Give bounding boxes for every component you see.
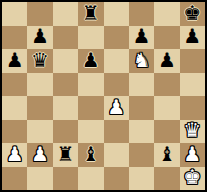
black-king-h8[interactable]: ♚ bbox=[183, 3, 201, 23]
white-pawn-e4[interactable]: ♟ bbox=[107, 97, 125, 117]
square-a4[interactable] bbox=[2, 96, 27, 120]
square-c2[interactable]: ♜ bbox=[53, 143, 78, 167]
square-a1[interactable] bbox=[2, 167, 27, 191]
square-d8[interactable]: ♜ bbox=[78, 2, 103, 26]
square-e8[interactable] bbox=[104, 2, 129, 26]
square-b2[interactable]: ♟ bbox=[27, 143, 52, 167]
chess-board-frame: ♜♚♟♟♟♟♛♟♞♟♟♛♟♟♜♝♝♟♚ bbox=[0, 0, 207, 192]
square-d5[interactable] bbox=[78, 73, 103, 97]
black-bishop-g2[interactable]: ♝ bbox=[158, 144, 176, 164]
square-a6[interactable]: ♟ bbox=[2, 49, 27, 73]
square-a8[interactable] bbox=[2, 2, 27, 26]
square-c3[interactable] bbox=[53, 120, 78, 144]
square-g1[interactable] bbox=[154, 167, 179, 191]
square-g2[interactable]: ♝ bbox=[154, 143, 179, 167]
white-knight-f6[interactable]: ♞ bbox=[133, 50, 151, 70]
black-pawn-g6[interactable]: ♟ bbox=[158, 50, 176, 70]
square-e5[interactable] bbox=[104, 73, 129, 97]
square-e2[interactable] bbox=[104, 143, 129, 167]
square-h6[interactable] bbox=[180, 49, 205, 73]
square-b1[interactable] bbox=[27, 167, 52, 191]
square-d2[interactable]: ♝ bbox=[78, 143, 103, 167]
black-pawn-d6[interactable]: ♟ bbox=[82, 50, 100, 70]
square-b6[interactable]: ♛ bbox=[27, 49, 52, 73]
square-h7[interactable]: ♟ bbox=[180, 26, 205, 50]
black-pawn-a6[interactable]: ♟ bbox=[6, 50, 24, 70]
square-f3[interactable] bbox=[129, 120, 154, 144]
square-d7[interactable] bbox=[78, 26, 103, 50]
square-c4[interactable] bbox=[53, 96, 78, 120]
square-c7[interactable] bbox=[53, 26, 78, 50]
square-f2[interactable] bbox=[129, 143, 154, 167]
square-a7[interactable] bbox=[2, 26, 27, 50]
square-b5[interactable] bbox=[27, 73, 52, 97]
square-h5[interactable] bbox=[180, 73, 205, 97]
black-rook-d8[interactable]: ♜ bbox=[82, 3, 100, 23]
square-a2[interactable]: ♟ bbox=[2, 143, 27, 167]
square-e1[interactable] bbox=[104, 167, 129, 191]
square-g4[interactable] bbox=[154, 96, 179, 120]
square-e4[interactable]: ♟ bbox=[104, 96, 129, 120]
square-c6[interactable] bbox=[53, 49, 78, 73]
square-h3[interactable]: ♛ bbox=[180, 120, 205, 144]
square-c1[interactable] bbox=[53, 167, 78, 191]
black-pawn-b7[interactable]: ♟ bbox=[31, 26, 49, 46]
square-d4[interactable] bbox=[78, 96, 103, 120]
square-g3[interactable] bbox=[154, 120, 179, 144]
black-bishop-d2[interactable]: ♝ bbox=[82, 144, 100, 164]
square-c5[interactable] bbox=[53, 73, 78, 97]
square-c8[interactable] bbox=[53, 2, 78, 26]
black-pawn-f7[interactable]: ♟ bbox=[133, 26, 151, 46]
black-rook-c2[interactable]: ♜ bbox=[56, 144, 74, 164]
square-e6[interactable] bbox=[104, 49, 129, 73]
square-a3[interactable] bbox=[2, 120, 27, 144]
square-f5[interactable] bbox=[129, 73, 154, 97]
square-h8[interactable]: ♚ bbox=[180, 2, 205, 26]
square-g8[interactable] bbox=[154, 2, 179, 26]
black-queen-b6[interactable]: ♛ bbox=[31, 50, 49, 70]
white-king-h1[interactable]: ♚ bbox=[183, 167, 201, 187]
square-h1[interactable]: ♚ bbox=[180, 167, 205, 191]
square-b4[interactable] bbox=[27, 96, 52, 120]
square-f1[interactable] bbox=[129, 167, 154, 191]
square-b7[interactable]: ♟ bbox=[27, 26, 52, 50]
square-f6[interactable]: ♞ bbox=[129, 49, 154, 73]
square-f8[interactable] bbox=[129, 2, 154, 26]
square-f4[interactable] bbox=[129, 96, 154, 120]
square-b8[interactable] bbox=[27, 2, 52, 26]
square-e3[interactable] bbox=[104, 120, 129, 144]
square-f7[interactable]: ♟ bbox=[129, 26, 154, 50]
chess-board: ♜♚♟♟♟♟♛♟♞♟♟♛♟♟♜♝♝♟♚ bbox=[2, 2, 205, 190]
square-g5[interactable] bbox=[154, 73, 179, 97]
square-g6[interactable]: ♟ bbox=[154, 49, 179, 73]
square-h2[interactable]: ♟ bbox=[180, 143, 205, 167]
white-pawn-h2[interactable]: ♟ bbox=[183, 144, 201, 164]
square-a5[interactable] bbox=[2, 73, 27, 97]
white-pawn-a2[interactable]: ♟ bbox=[6, 144, 24, 164]
square-g7[interactable] bbox=[154, 26, 179, 50]
square-h4[interactable] bbox=[180, 96, 205, 120]
square-d1[interactable] bbox=[78, 167, 103, 191]
black-pawn-h7[interactable]: ♟ bbox=[183, 26, 201, 46]
square-e7[interactable] bbox=[104, 26, 129, 50]
square-d6[interactable]: ♟ bbox=[78, 49, 103, 73]
square-d3[interactable] bbox=[78, 120, 103, 144]
white-queen-h3[interactable]: ♛ bbox=[183, 120, 201, 140]
white-pawn-b2[interactable]: ♟ bbox=[31, 144, 49, 164]
square-b3[interactable] bbox=[27, 120, 52, 144]
